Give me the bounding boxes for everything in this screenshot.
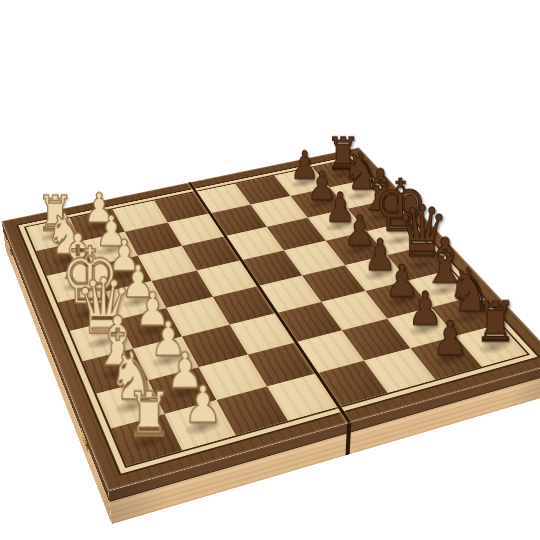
board-inlay: ♜♟♟♜♞♟♟♞♝♟♟♝♚♟♟♚♛♟♟♛♝♟♟♝♞♟♟♞♜♟♟♜ <box>18 156 537 474</box>
white-pawn: ♟ <box>184 379 223 430</box>
chess-set-photo: ♜♟♟♜♞♟♟♞♝♟♟♝♚♟♟♚♛♟♟♛♝♟♟♝♞♟♟♞♜♟♟♜ <box>0 0 540 540</box>
black-rook: ♜ <box>474 294 516 350</box>
fold-seam-front <box>346 422 352 455</box>
square-c5 <box>276 302 342 342</box>
chess-board-3d: ♜♟♟♜♞♟♟♞♝♟♟♝♚♟♟♚♛♟♟♛♝♟♟♝♞♟♟♞♜♟♟♜ <box>2 148 540 492</box>
black-pawn: ♟ <box>432 315 468 363</box>
white-rook: ♜ <box>126 384 173 446</box>
